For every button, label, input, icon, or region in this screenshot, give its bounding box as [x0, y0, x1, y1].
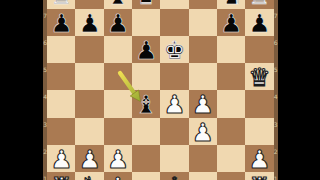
square-b1[interactable]: ♞ [75, 172, 103, 180]
piece-white-knight-b1: ♞ [78, 173, 100, 180]
square-f5[interactable] [189, 63, 217, 90]
square-a3[interactable] [47, 118, 75, 145]
square-h5[interactable]: ♛ [245, 63, 273, 90]
square-b5[interactable] [75, 63, 103, 90]
square-h1[interactable]: ♜ [245, 172, 273, 180]
square-g7[interactable]: ♟ [217, 9, 245, 36]
square-b6[interactable] [75, 36, 103, 63]
piece-white-rook-h1: ♜ [248, 173, 270, 180]
square-b3[interactable] [75, 118, 103, 145]
square-c8[interactable]: ♝ [104, 0, 132, 9]
piece-white-pawn-f4: ♟ [192, 91, 214, 118]
rank-label-1: 1 [274, 172, 278, 180]
rank-label-6: 6 [274, 36, 278, 63]
square-f8[interactable] [189, 0, 217, 9]
square-e4[interactable]: ♟ [160, 90, 188, 117]
piece-black-pawn-b7: ♟ [78, 9, 100, 36]
square-g2[interactable] [217, 145, 245, 172]
square-d6[interactable]: ♟ [132, 36, 160, 63]
square-h2[interactable]: ♟ [245, 145, 273, 172]
square-g6[interactable] [217, 36, 245, 63]
square-b8[interactable] [75, 0, 103, 9]
piece-black-pawn-c7: ♟ [107, 9, 129, 36]
piece-white-king-e1: ♚ [163, 173, 185, 180]
square-h3[interactable] [245, 118, 273, 145]
square-c7[interactable]: ♟ [104, 9, 132, 36]
square-c4[interactable] [104, 90, 132, 117]
square-h6[interactable] [245, 36, 273, 63]
piece-black-pawn-d6: ♟ [135, 36, 157, 63]
square-f2[interactable] [189, 145, 217, 172]
square-d3[interactable] [132, 118, 160, 145]
piece-black-pawn-a7: ♟ [50, 9, 72, 36]
square-b7[interactable]: ♟ [75, 9, 103, 36]
square-a6[interactable] [47, 36, 75, 63]
square-e7[interactable] [160, 9, 188, 36]
rank-label-2: 2 [274, 145, 278, 172]
piece-black-bishop-d4: ♝ [135, 91, 157, 118]
square-g4[interactable] [217, 90, 245, 117]
square-g8[interactable]: ♞ [217, 0, 245, 9]
piece-white-pawn-h2: ♟ [248, 145, 270, 172]
square-c6[interactable] [104, 36, 132, 63]
square-d2[interactable] [132, 145, 160, 172]
piece-white-queen-h5: ♛ [248, 64, 270, 91]
rank-labels-right: 87654321 [274, 0, 278, 180]
square-a5[interactable] [47, 63, 75, 90]
square-g5[interactable] [217, 63, 245, 90]
square-e8[interactable] [160, 0, 188, 9]
square-c5[interactable] [104, 63, 132, 90]
square-f7[interactable] [189, 9, 217, 36]
rank-label-4: 4 [274, 90, 278, 117]
square-e5[interactable] [160, 63, 188, 90]
rank-label-3: 3 [274, 118, 278, 145]
chess-board: ♜♝♛♞♜♟♟♟♟♟♟♚♛♝♟♟♟♟♟♟♟♜♞♝♚♜ [47, 0, 273, 180]
piece-white-pawn-c2: ♟ [107, 145, 129, 172]
square-d8[interactable]: ♛ [132, 0, 160, 9]
rank-label-5: 5 [274, 63, 278, 90]
square-c1[interactable]: ♝ [104, 172, 132, 180]
piece-white-pawn-a2: ♟ [50, 145, 72, 172]
square-a8[interactable]: ♜ [47, 0, 75, 9]
square-f1[interactable] [189, 172, 217, 180]
square-f6[interactable] [189, 36, 217, 63]
square-f4[interactable]: ♟ [189, 90, 217, 117]
piece-white-pawn-e4: ♟ [163, 91, 185, 118]
rank-label-8: 8 [274, 0, 278, 9]
square-b4[interactable] [75, 90, 103, 117]
square-d1[interactable] [132, 172, 160, 180]
square-e3[interactable] [160, 118, 188, 145]
piece-black-pawn-h7: ♟ [248, 9, 270, 36]
square-h4[interactable] [245, 90, 273, 117]
piece-black-king-e6: ♚ [163, 36, 185, 63]
square-c3[interactable] [104, 118, 132, 145]
square-e2[interactable] [160, 145, 188, 172]
square-h7[interactable]: ♟ [245, 9, 273, 36]
piece-white-rook-a1: ♜ [50, 173, 72, 180]
square-d7[interactable] [132, 9, 160, 36]
piece-white-pawn-f3: ♟ [192, 118, 214, 145]
square-g1[interactable] [217, 172, 245, 180]
video-frame: 87654321 ♜♝♛♞♜♟♟♟♟♟♟♚♛♝♟♟♟♟♟♟♟♜♞♝♚♜ 8765… [0, 0, 320, 180]
square-f3[interactable]: ♟ [189, 118, 217, 145]
rank-label-7: 7 [274, 9, 278, 36]
square-a4[interactable] [47, 90, 75, 117]
square-g3[interactable] [217, 118, 245, 145]
square-d5[interactable] [132, 63, 160, 90]
square-b2[interactable]: ♟ [75, 145, 103, 172]
square-h8[interactable]: ♜ [245, 0, 273, 9]
piece-white-bishop-c1: ♝ [107, 173, 129, 180]
square-a1[interactable]: ♜ [47, 172, 75, 180]
square-e1[interactable]: ♚ [160, 172, 188, 180]
square-d4[interactable]: ♝ [132, 90, 160, 117]
piece-white-pawn-b2: ♟ [78, 145, 100, 172]
piece-black-pawn-g7: ♟ [220, 9, 242, 36]
square-a7[interactable]: ♟ [47, 9, 75, 36]
square-e6[interactable]: ♚ [160, 36, 188, 63]
square-a2[interactable]: ♟ [47, 145, 75, 172]
square-c2[interactable]: ♟ [104, 145, 132, 172]
